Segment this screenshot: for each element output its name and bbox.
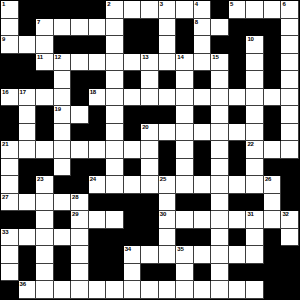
crossword-cell-white[interactable] [36, 141, 54, 159]
crossword-cell-black [211, 1, 229, 19]
crossword-cell-white[interactable] [229, 211, 247, 229]
clue-number: 30 [160, 211, 166, 218]
crossword-cell-black [19, 176, 37, 194]
clue-number: 19 [55, 106, 61, 113]
crossword-cell-white[interactable]: 32 [281, 211, 299, 229]
crossword-cell-black [1, 106, 19, 124]
crossword-cell-white[interactable] [246, 54, 264, 72]
crossword-cell-white[interactable] [106, 36, 124, 54]
crossword-cell-white[interactable] [211, 159, 229, 177]
crossword-cell-black [229, 264, 247, 282]
crossword-cell-black [194, 71, 212, 89]
crossword-cell-black [89, 36, 107, 54]
crossword-cell-white[interactable] [36, 264, 54, 282]
clue-number: 8 [195, 19, 198, 26]
crossword-cell-black [19, 159, 37, 177]
crossword-cell-white[interactable] [176, 106, 194, 124]
crossword-cell-white[interactable]: 24 [89, 176, 107, 194]
crossword-cell-black [229, 194, 247, 212]
crossword-cell-white[interactable] [19, 141, 37, 159]
clue-number: 2 [107, 1, 110, 8]
crossword-cell-white[interactable] [106, 124, 124, 142]
crossword-cell-black [89, 229, 107, 247]
crossword-cell-black [194, 194, 212, 212]
crossword-cell-black [141, 106, 159, 124]
crossword-cell-black [71, 89, 89, 107]
crossword-cell-white[interactable]: 16 [1, 89, 19, 107]
crossword-cell-white[interactable] [229, 281, 247, 299]
crossword-cell-white[interactable] [211, 176, 229, 194]
crossword-cell-black [71, 36, 89, 54]
crossword-cell-black [194, 159, 212, 177]
crossword-cell-white[interactable]: 29 [71, 211, 89, 229]
crossword-cell-black [54, 1, 72, 19]
crossword-cell-black [229, 71, 247, 89]
crossword-cell-white[interactable] [246, 159, 264, 177]
crossword-cell-white[interactable] [106, 176, 124, 194]
crossword-cell-white[interactable] [176, 71, 194, 89]
crossword-cell-black [36, 71, 54, 89]
crossword-cell-white[interactable]: 26 [264, 176, 282, 194]
crossword-cell-white[interactable] [19, 124, 37, 142]
crossword-grid: 1234567891011121314151617181920212223242… [0, 0, 300, 300]
crossword-cell-black [176, 229, 194, 247]
crossword-cell-white[interactable] [281, 89, 299, 107]
crossword-cell-white[interactable] [54, 19, 72, 37]
crossword-cell-white[interactable] [264, 1, 282, 19]
crossword-cell-white[interactable] [229, 124, 247, 142]
clue-number: 9 [2, 36, 5, 43]
crossword-cell-black [159, 141, 177, 159]
crossword-cell-white[interactable] [194, 89, 212, 107]
crossword-cell-white[interactable] [176, 89, 194, 107]
crossword-cell-white[interactable] [159, 124, 177, 142]
crossword-cell-black [124, 194, 142, 212]
crossword-cell-black [124, 159, 142, 177]
crossword-cell-black [36, 1, 54, 19]
crossword-cell-white[interactable] [176, 1, 194, 19]
crossword-cell-white[interactable] [71, 229, 89, 247]
crossword-cell-white[interactable] [159, 89, 177, 107]
crossword-cell-white[interactable] [264, 211, 282, 229]
clue-number: 32 [282, 211, 288, 218]
crossword-cell-black [89, 194, 107, 212]
crossword-cell-white[interactable] [71, 281, 89, 299]
clue-number: 20 [142, 124, 148, 131]
crossword-cell-white[interactable] [89, 211, 107, 229]
crossword-cell-black [19, 264, 37, 282]
crossword-cell-black [124, 19, 142, 37]
crossword-cell-white[interactable] [141, 1, 159, 19]
crossword-cell-white[interactable] [36, 229, 54, 247]
crossword-cell-white[interactable] [124, 264, 142, 282]
crossword-cell-white[interactable] [106, 89, 124, 107]
crossword-cell-white[interactable]: 1 [1, 1, 19, 19]
crossword-cell-white[interactable] [71, 54, 89, 72]
crossword-cell-white[interactable] [106, 19, 124, 37]
crossword-cell-white[interactable] [106, 106, 124, 124]
crossword-cell-black [281, 246, 299, 264]
clue-number: 13 [142, 54, 148, 61]
crossword-cell-white[interactable] [19, 229, 37, 247]
crossword-cell-black [264, 124, 282, 142]
clue-number: 4 [195, 1, 198, 8]
crossword-cell-white[interactable] [141, 71, 159, 89]
crossword-cell-white[interactable] [281, 106, 299, 124]
crossword-cell-white[interactable] [141, 159, 159, 177]
crossword-cell-white[interactable] [246, 229, 264, 247]
crossword-cell-white[interactable] [281, 71, 299, 89]
crossword-cell-white[interactable]: 30 [159, 211, 177, 229]
crossword-cell-black [229, 54, 247, 72]
crossword-cell-white[interactable] [141, 281, 159, 299]
crossword-cell-white[interactable] [1, 264, 19, 282]
crossword-cell-white[interactable] [159, 19, 177, 37]
crossword-cell-white[interactable] [211, 281, 229, 299]
crossword-cell-white[interactable] [54, 124, 72, 142]
clue-number: 6 [282, 1, 285, 8]
crossword-cell-black [264, 19, 282, 37]
crossword-cell-white[interactable]: 27 [1, 194, 19, 212]
crossword-cell-white[interactable] [211, 141, 229, 159]
crossword-cell-white[interactable] [19, 194, 37, 212]
crossword-cell-white[interactable] [54, 141, 72, 159]
crossword-cell-white[interactable] [264, 194, 282, 212]
crossword-cell-black [71, 71, 89, 89]
crossword-cell-white[interactable] [176, 264, 194, 282]
crossword-cell-black [264, 159, 282, 177]
crossword-cell-black [264, 264, 282, 282]
crossword-cell-black [124, 106, 142, 124]
crossword-cell-white[interactable] [194, 281, 212, 299]
crossword-cell-black [264, 246, 282, 264]
crossword-cell-white[interactable] [246, 281, 264, 299]
crossword-cell-black [19, 71, 37, 89]
crossword-cell-white[interactable] [229, 89, 247, 107]
crossword-cell-black [229, 159, 247, 177]
crossword-cell-black [19, 211, 37, 229]
crossword-cell-white[interactable]: 20 [141, 124, 159, 142]
crossword-cell-white[interactable] [141, 141, 159, 159]
crossword-cell-black [246, 264, 264, 282]
crossword-cell-black [176, 36, 194, 54]
crossword-cell-white[interactable]: 33 [1, 229, 19, 247]
crossword-cell-black [176, 19, 194, 37]
crossword-cell-black [141, 211, 159, 229]
crossword-cell-black [71, 124, 89, 142]
clue-number: 1 [2, 1, 5, 8]
crossword-cell-black [159, 159, 177, 177]
clue-number: 34 [125, 246, 131, 253]
crossword-cell-white[interactable] [281, 229, 299, 247]
crossword-cell-black [1, 54, 19, 72]
crossword-cell-white[interactable] [281, 141, 299, 159]
crossword-cell-white[interactable]: 10 [246, 36, 264, 54]
crossword-cell-white[interactable] [141, 246, 159, 264]
crossword-cell-white[interactable]: 8 [194, 19, 212, 37]
crossword-cell-white[interactable] [36, 89, 54, 107]
crossword-cell-white[interactable] [246, 1, 264, 19]
crossword-cell-white[interactable]: 4 [194, 1, 212, 19]
crossword-cell-white[interactable]: 2 [106, 1, 124, 19]
crossword-cell-black [71, 176, 89, 194]
crossword-cell-black [89, 71, 107, 89]
crossword-cell-white[interactable] [71, 246, 89, 264]
crossword-cell-black [229, 106, 247, 124]
crossword-cell-white[interactable]: 12 [54, 54, 72, 72]
crossword-cell-white[interactable]: 34 [124, 246, 142, 264]
clue-number: 25 [160, 176, 166, 183]
clue-number: 28 [72, 194, 78, 201]
crossword-cell-black [281, 194, 299, 212]
crossword-cell-white[interactable] [229, 176, 247, 194]
crossword-cell-black [246, 194, 264, 212]
crossword-cell-white[interactable] [54, 194, 72, 212]
crossword-cell-white[interactable] [71, 19, 89, 37]
clue-number: 23 [37, 176, 43, 183]
clue-number: 21 [2, 141, 8, 148]
crossword-cell-black [19, 54, 37, 72]
crossword-cell-white[interactable]: 18 [89, 89, 107, 107]
crossword-cell-white[interactable]: 17 [19, 89, 37, 107]
crossword-cell-black [194, 106, 212, 124]
crossword-cell-white[interactable] [211, 19, 229, 37]
crossword-cell-white[interactable]: 23 [36, 176, 54, 194]
crossword-cell-white[interactable]: 11 [36, 54, 54, 72]
crossword-cell-white[interactable] [19, 106, 37, 124]
clue-number: 33 [2, 229, 8, 236]
crossword-cell-white[interactable] [281, 36, 299, 54]
crossword-cell-black [89, 1, 107, 19]
crossword-cell-white[interactable]: 36 [19, 281, 37, 299]
crossword-cell-white[interactable] [54, 89, 72, 107]
crossword-cell-black [281, 159, 299, 177]
crossword-cell-white[interactable] [124, 281, 142, 299]
clue-number: 24 [90, 176, 96, 183]
crossword-cell-black [89, 106, 107, 124]
crossword-cell-black [71, 1, 89, 19]
crossword-cell-white[interactable] [124, 54, 142, 72]
crossword-cell-white[interactable] [89, 54, 107, 72]
crossword-cell-white[interactable] [1, 159, 19, 177]
crossword-cell-white[interactable] [176, 141, 194, 159]
crossword-cell-white[interactable] [264, 141, 282, 159]
crossword-cell-white[interactable] [106, 281, 124, 299]
crossword-cell-white[interactable] [211, 124, 229, 142]
crossword-cell-white[interactable] [176, 159, 194, 177]
crossword-cell-black [19, 19, 37, 37]
crossword-cell-black [281, 264, 299, 282]
crossword-cell-white[interactable] [211, 229, 229, 247]
crossword-cell-black [36, 124, 54, 142]
crossword-cell-white[interactable] [1, 246, 19, 264]
crossword-cell-white[interactable] [106, 71, 124, 89]
crossword-cell-black [19, 1, 37, 19]
crossword-cell-white[interactable]: 21 [1, 141, 19, 159]
crossword-cell-white[interactable] [246, 246, 264, 264]
crossword-cell-white[interactable] [89, 281, 107, 299]
crossword-cell-black [264, 106, 282, 124]
crossword-cell-black [229, 36, 247, 54]
clue-number: 26 [265, 176, 271, 183]
crossword-cell-white[interactable]: 19 [54, 106, 72, 124]
crossword-cell-black [124, 71, 142, 89]
crossword-cell-black [106, 229, 124, 247]
crossword-cell-white[interactable] [141, 89, 159, 107]
crossword-cell-white[interactable] [194, 176, 212, 194]
crossword-cell-black [36, 106, 54, 124]
crossword-cell-black [264, 281, 282, 299]
crossword-cell-black [89, 264, 107, 282]
clue-number: 11 [37, 54, 43, 61]
crossword-cell-black [124, 124, 142, 142]
crossword-cell-black [89, 246, 107, 264]
crossword-cell-white[interactable] [36, 194, 54, 212]
crossword-cell-white[interactable] [281, 54, 299, 72]
crossword-cell-white[interactable] [211, 194, 229, 212]
crossword-cell-black [141, 264, 159, 282]
crossword-cell-white[interactable] [176, 211, 194, 229]
clue-number: 17 [20, 89, 26, 96]
crossword-cell-white[interactable] [194, 246, 212, 264]
crossword-cell-white[interactable] [194, 124, 212, 142]
crossword-cell-white[interactable] [176, 281, 194, 299]
crossword-cell-black [54, 264, 72, 282]
crossword-cell-black [159, 71, 177, 89]
crossword-cell-white[interactable]: 9 [1, 36, 19, 54]
crossword-cell-white[interactable] [159, 229, 177, 247]
crossword-cell-white[interactable] [211, 71, 229, 89]
crossword-cell-white[interactable] [159, 246, 177, 264]
crossword-cell-black [229, 229, 247, 247]
crossword-cell-white[interactable] [89, 19, 107, 37]
crossword-cell-white[interactable] [246, 106, 264, 124]
crossword-cell-white[interactable] [54, 229, 72, 247]
crossword-cell-white[interactable] [141, 176, 159, 194]
crossword-cell-white[interactable] [211, 106, 229, 124]
crossword-cell-white[interactable] [1, 19, 19, 37]
crossword-cell-black [281, 176, 299, 194]
crossword-cell-white[interactable]: 5 [229, 1, 247, 19]
crossword-cell-white[interactable] [246, 124, 264, 142]
crossword-cell-white[interactable]: 13 [141, 54, 159, 72]
crossword-cell-white[interactable] [211, 246, 229, 264]
crossword-cell-white[interactable] [124, 141, 142, 159]
crossword-cell-black [124, 36, 142, 54]
crossword-cell-white[interactable]: 7 [36, 19, 54, 37]
crossword-cell-white[interactable] [281, 124, 299, 142]
crossword-cell-white[interactable] [281, 19, 299, 37]
crossword-cell-white[interactable]: 22 [246, 141, 264, 159]
crossword-cell-black [194, 141, 212, 159]
crossword-cell-white[interactable] [176, 124, 194, 142]
crossword-cell-white[interactable] [159, 194, 177, 212]
crossword-cell-white[interactable] [246, 176, 264, 194]
crossword-cell-white[interactable] [229, 246, 247, 264]
crossword-cell-white[interactable] [19, 36, 37, 54]
crossword-cell-white[interactable] [106, 159, 124, 177]
clue-number: 27 [2, 194, 8, 201]
crossword-cell-black [1, 71, 19, 89]
clue-number: 35 [177, 246, 183, 253]
crossword-cell-white[interactable] [246, 89, 264, 107]
crossword-cell-white[interactable]: 35 [176, 246, 194, 264]
crossword-cell-white[interactable]: 14 [176, 54, 194, 72]
crossword-cell-white[interactable]: 28 [71, 194, 89, 212]
clue-number: 16 [2, 89, 8, 96]
crossword-cell-white[interactable] [159, 36, 177, 54]
crossword-cell-white[interactable]: 25 [159, 176, 177, 194]
clue-number: 14 [177, 54, 183, 61]
crossword-cell-white[interactable] [264, 89, 282, 107]
crossword-cell-white[interactable] [194, 211, 212, 229]
crossword-cell-black [106, 194, 124, 212]
crossword-cell-black [106, 246, 124, 264]
crossword-cell-black [19, 246, 37, 264]
crossword-cell-white[interactable]: 15 [211, 54, 229, 72]
crossword-cell-black [264, 54, 282, 72]
crossword-cell-white[interactable] [246, 71, 264, 89]
crossword-cell-white[interactable] [106, 211, 124, 229]
crossword-cell-white[interactable] [71, 141, 89, 159]
crossword-cell-white[interactable] [211, 89, 229, 107]
crossword-cell-white[interactable] [36, 36, 54, 54]
crossword-cell-black [264, 36, 282, 54]
clue-number: 10 [247, 36, 253, 43]
crossword-cell-white[interactable] [106, 141, 124, 159]
crossword-cell-black [54, 176, 72, 194]
crossword-cell-white[interactable] [194, 36, 212, 54]
crossword-cell-black [106, 264, 124, 282]
crossword-cell-white[interactable] [71, 264, 89, 282]
crossword-cell-white[interactable]: 6 [281, 1, 299, 19]
crossword-cell-white[interactable] [106, 54, 124, 72]
crossword-cell-black [71, 159, 89, 177]
crossword-cell-white[interactable] [159, 54, 177, 72]
crossword-cell-white[interactable] [194, 54, 212, 72]
crossword-cell-white[interactable] [124, 89, 142, 107]
crossword-cell-white[interactable] [54, 281, 72, 299]
crossword-cell-white[interactable] [36, 281, 54, 299]
crossword-cell-white[interactable] [71, 106, 89, 124]
crossword-cell-black [194, 229, 212, 247]
crossword-cell-white[interactable] [124, 1, 142, 19]
crossword-cell-white[interactable] [54, 71, 72, 89]
clue-number: 3 [160, 1, 163, 8]
crossword-cell-white[interactable] [1, 176, 19, 194]
crossword-cell-black [124, 229, 142, 247]
crossword-cell-black [229, 19, 247, 37]
crossword-cell-black [229, 141, 247, 159]
crossword-cell-black [159, 264, 177, 282]
crossword-cell-white[interactable] [176, 176, 194, 194]
crossword-cell-black [264, 229, 282, 247]
crossword-cell-white[interactable] [211, 211, 229, 229]
crossword-cell-white[interactable] [159, 281, 177, 299]
crossword-cell-black [54, 36, 72, 54]
crossword-cell-white[interactable] [54, 159, 72, 177]
clue-number: 12 [55, 54, 61, 61]
crossword-cell-black [211, 36, 229, 54]
crossword-cell-black [159, 106, 177, 124]
crossword-cell-white[interactable] [89, 141, 107, 159]
crossword-cell-white[interactable]: 3 [159, 1, 177, 19]
crossword-cell-white[interactable] [36, 246, 54, 264]
crossword-cell-white[interactable] [211, 264, 229, 282]
crossword-cell-white[interactable]: 31 [246, 211, 264, 229]
crossword-cell-white[interactable] [124, 176, 142, 194]
crossword-cell-white[interactable] [36, 211, 54, 229]
